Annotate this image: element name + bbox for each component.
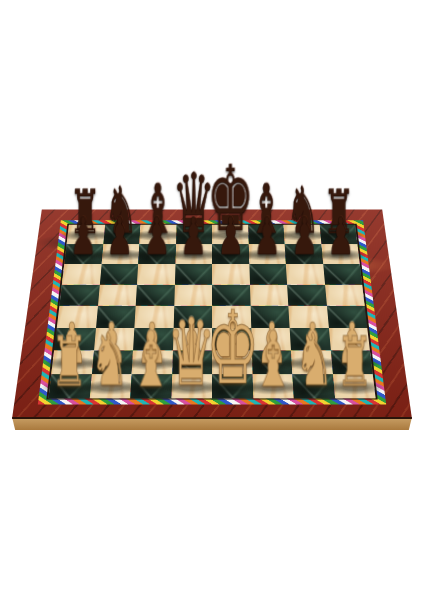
piece-white-knight: ♞ — [295, 324, 333, 397]
piece-black-pawn: ♟ — [143, 210, 170, 262]
square-d6 — [174, 264, 212, 285]
board-wooden-edge — [12, 417, 412, 430]
square-g1: ♞ — [292, 374, 334, 398]
square-b1: ♞ — [89, 374, 131, 398]
chess-board: ♜♞♝♛♚♝♞♜♟♟♟♟♟♟♟♟♟♟♟♟♟♟♟♟♜♞♝♛♚♝♞♜ — [12, 209, 412, 419]
piece-black-pawn: ♟ — [327, 210, 354, 262]
square-b6 — [99, 264, 138, 285]
piece-black-pawn: ♟ — [217, 210, 244, 262]
square-g5 — [287, 285, 326, 306]
square-d7: ♟ — [175, 244, 212, 264]
piece-black-pawn: ♟ — [254, 210, 281, 262]
square-g7: ♟ — [285, 244, 323, 264]
square-e7: ♟ — [212, 244, 249, 264]
square-c7: ♟ — [138, 244, 176, 264]
square-e1: ♚ — [212, 374, 253, 398]
piece-black-pawn: ♟ — [69, 210, 96, 262]
square-a1: ♜ — [48, 374, 91, 398]
square-e6 — [212, 264, 250, 285]
square-a5 — [59, 285, 99, 306]
square-c6 — [137, 264, 175, 285]
piece-black-pawn: ♟ — [180, 210, 207, 262]
chess-board-squares: ♜♞♝♛♚♝♞♜♟♟♟♟♟♟♟♟♟♟♟♟♟♟♟♟♜♞♝♛♚♝♞♜ — [46, 224, 377, 400]
square-h7: ♟ — [321, 244, 360, 264]
square-h5 — [325, 285, 365, 306]
piece-white-rook: ♜ — [51, 329, 87, 397]
piece-white-knight: ♞ — [91, 324, 129, 397]
square-g6 — [286, 264, 325, 285]
piece-white-king: ♚ — [206, 298, 260, 400]
piece-white-rook: ♜ — [337, 329, 373, 397]
square-h1: ♜ — [333, 374, 376, 398]
square-a6 — [62, 264, 101, 285]
square-b5 — [98, 285, 137, 306]
square-h6 — [323, 264, 362, 285]
board-mosaic-band: ♜♞♝♛♚♝♞♜♟♟♟♟♟♟♟♟♟♟♟♟♟♟♟♟♜♞♝♛♚♝♞♜ — [38, 220, 386, 404]
square-f6 — [249, 264, 287, 285]
piece-black-pawn: ♟ — [106, 210, 133, 262]
piece-black-pawn: ♟ — [290, 210, 317, 262]
square-c1: ♝ — [130, 374, 172, 398]
piece-white-bishop: ♝ — [130, 320, 171, 397]
square-f7: ♟ — [248, 244, 286, 264]
board-red-marble-border: ♜♞♝♛♚♝♞♜♟♟♟♟♟♟♟♟♟♟♟♟♟♟♟♟♜♞♝♛♚♝♞♜ — [12, 209, 412, 419]
photo-background: ♜♞♝♛♚♝♞♜♟♟♟♟♟♟♟♟♟♟♟♟♟♟♟♟♜♞♝♛♚♝♞♜ — [0, 0, 424, 600]
